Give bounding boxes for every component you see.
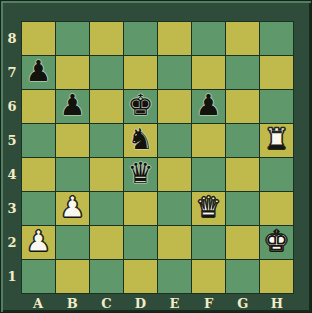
file-label-d: D	[123, 294, 157, 312]
square-b6[interactable]: ♟	[56, 90, 89, 123]
square-h7[interactable]	[260, 56, 293, 89]
square-g7[interactable]	[226, 56, 259, 89]
square-d1[interactable]	[124, 260, 157, 293]
rank-label-2: 2	[1, 226, 21, 260]
square-c4[interactable]	[90, 158, 123, 191]
square-e3[interactable]	[158, 192, 191, 225]
black-king[interactable]: ♚	[128, 91, 154, 120]
rank-label-1: 1	[1, 260, 21, 294]
square-f4[interactable]	[192, 158, 225, 191]
square-a7[interactable]: ♟	[22, 56, 55, 89]
square-g5[interactable]	[226, 124, 259, 157]
file-label-h: H	[260, 294, 294, 312]
square-a3[interactable]	[22, 192, 55, 225]
square-e2[interactable]	[158, 226, 191, 259]
file-labels: ABCDEFGH	[21, 294, 294, 312]
square-d8[interactable]	[124, 22, 157, 55]
white-rook[interactable]: ♜	[264, 125, 290, 154]
square-e7[interactable]	[158, 56, 191, 89]
square-a4[interactable]	[22, 158, 55, 191]
square-f1[interactable]	[192, 260, 225, 293]
square-b2[interactable]	[56, 226, 89, 259]
rank-labels: 87654321	[1, 21, 21, 294]
square-f2[interactable]	[192, 226, 225, 259]
rank-label-6: 6	[1, 89, 21, 123]
square-h8[interactable]	[260, 22, 293, 55]
black-pawn[interactable]: ♟	[196, 91, 222, 120]
square-g8[interactable]	[226, 22, 259, 55]
square-b5[interactable]	[56, 124, 89, 157]
file-label-a: A	[21, 294, 55, 312]
black-pawn[interactable]: ♟	[26, 57, 52, 86]
square-c6[interactable]	[90, 90, 123, 123]
file-label-f: F	[192, 294, 226, 312]
chess-board: ♟♟♚♟♞♜♛♟♛♟♚	[21, 21, 294, 294]
square-f6[interactable]: ♟	[192, 90, 225, 123]
chess-board-frame: 87654321 ♟♟♚♟♞♜♛♟♛♟♚ ABCDEFGH	[0, 0, 312, 313]
square-f8[interactable]	[192, 22, 225, 55]
square-h5[interactable]: ♜	[260, 124, 293, 157]
white-pawn[interactable]: ♟	[26, 227, 52, 256]
square-b1[interactable]	[56, 260, 89, 293]
square-c2[interactable]	[90, 226, 123, 259]
square-g4[interactable]	[226, 158, 259, 191]
square-d2[interactable]	[124, 226, 157, 259]
square-g2[interactable]	[226, 226, 259, 259]
square-c3[interactable]	[90, 192, 123, 225]
square-b7[interactable]	[56, 56, 89, 89]
square-e4[interactable]	[158, 158, 191, 191]
square-a8[interactable]	[22, 22, 55, 55]
file-label-c: C	[89, 294, 123, 312]
square-b8[interactable]	[56, 22, 89, 55]
square-e5[interactable]	[158, 124, 191, 157]
square-c5[interactable]	[90, 124, 123, 157]
square-a6[interactable]	[22, 90, 55, 123]
square-h4[interactable]	[260, 158, 293, 191]
square-g6[interactable]	[226, 90, 259, 123]
square-g1[interactable]	[226, 260, 259, 293]
square-f3[interactable]: ♛	[192, 192, 225, 225]
square-g3[interactable]	[226, 192, 259, 225]
square-a1[interactable]	[22, 260, 55, 293]
square-b3[interactable]: ♟	[56, 192, 89, 225]
square-e8[interactable]	[158, 22, 191, 55]
square-d6[interactable]: ♚	[124, 90, 157, 123]
square-h3[interactable]	[260, 192, 293, 225]
square-h2[interactable]: ♚	[260, 226, 293, 259]
file-label-b: B	[55, 294, 89, 312]
rank-label-5: 5	[1, 123, 21, 157]
square-d5[interactable]: ♞	[124, 124, 157, 157]
square-c1[interactable]	[90, 260, 123, 293]
square-d3[interactable]	[124, 192, 157, 225]
rank-label-4: 4	[1, 158, 21, 192]
black-queen[interactable]: ♛	[128, 159, 154, 188]
square-f5[interactable]	[192, 124, 225, 157]
square-f7[interactable]	[192, 56, 225, 89]
square-d7[interactable]	[124, 56, 157, 89]
file-label-g: G	[226, 294, 260, 312]
white-pawn[interactable]: ♟	[60, 193, 86, 222]
white-queen[interactable]: ♛	[196, 193, 222, 222]
rank-label-7: 7	[1, 55, 21, 89]
square-c7[interactable]	[90, 56, 123, 89]
square-a2[interactable]: ♟	[22, 226, 55, 259]
square-b4[interactable]	[56, 158, 89, 191]
square-c8[interactable]	[90, 22, 123, 55]
square-e1[interactable]	[158, 260, 191, 293]
rank-label-8: 8	[1, 21, 21, 55]
black-pawn[interactable]: ♟	[60, 91, 86, 120]
square-e6[interactable]	[158, 90, 191, 123]
square-a5[interactable]	[22, 124, 55, 157]
white-king[interactable]: ♚	[264, 227, 290, 256]
square-h6[interactable]	[260, 90, 293, 123]
file-label-e: E	[158, 294, 192, 312]
black-knight[interactable]: ♞	[128, 125, 154, 154]
square-h1[interactable]	[260, 260, 293, 293]
square-d4[interactable]: ♛	[124, 158, 157, 191]
rank-label-3: 3	[1, 192, 21, 226]
